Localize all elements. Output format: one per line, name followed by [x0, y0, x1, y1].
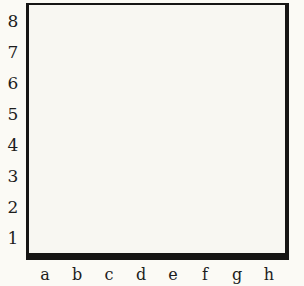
rank-label-4: 4	[2, 129, 24, 160]
file-label-d: d	[125, 263, 157, 285]
file-label-a: a	[29, 263, 61, 285]
rank-label-5: 5	[2, 98, 24, 129]
rank-label-3: 3	[2, 160, 24, 191]
rank-label-8: 8	[2, 5, 24, 36]
rank-labels: 87654321	[2, 5, 24, 253]
rank-label-2: 2	[2, 191, 24, 222]
chess-diagram: 87654321 abcdefgh	[0, 0, 304, 286]
file-label-f: f	[189, 263, 221, 285]
file-label-h: h	[253, 263, 285, 285]
board-frame	[26, 3, 289, 260]
rank-label-6: 6	[2, 67, 24, 98]
file-label-g: g	[221, 263, 253, 285]
file-label-b: b	[61, 263, 93, 285]
file-label-c: c	[93, 263, 125, 285]
chess-board	[29, 5, 285, 253]
file-label-e: e	[157, 263, 189, 285]
rank-label-1: 1	[2, 222, 24, 253]
file-labels: abcdefgh	[29, 263, 285, 285]
rank-label-7: 7	[2, 36, 24, 67]
